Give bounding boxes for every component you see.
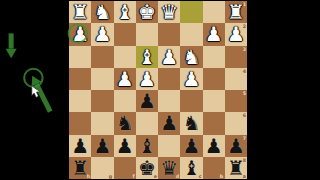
board-square[interactable] (69, 46, 91, 68)
black-pawn: ♟ (158, 112, 180, 134)
board-square[interactable]: ♟ (180, 135, 202, 157)
board-square[interactable]: 6 (225, 112, 247, 134)
board-square[interactable] (158, 135, 180, 157)
board-square[interactable]: f (114, 157, 136, 179)
white-pawn: ♟ (225, 23, 247, 45)
rank-coordinate-label: 2 (243, 24, 246, 29)
white-pawn: ♟ (180, 68, 202, 90)
board-square[interactable]: ♞ (91, 1, 113, 23)
board-square[interactable]: ♜ (69, 1, 91, 23)
board-square[interactable]: 5 (225, 90, 247, 112)
white-king: ♚ (136, 1, 158, 23)
board-square[interactable]: ♟7 (225, 135, 247, 157)
white-rook: ♜ (69, 1, 91, 23)
board-square[interactable]: ♟ (136, 90, 158, 112)
letterbox-left (0, 0, 69, 180)
board-square[interactable]: ♟ (158, 112, 180, 134)
board-square[interactable] (136, 23, 158, 45)
board-square[interactable] (69, 112, 91, 134)
board-square[interactable]: g (91, 157, 113, 179)
white-rook: ♜ (225, 1, 247, 23)
white-pawn: ♟ (91, 23, 113, 45)
white-queen: ♛ (158, 1, 180, 23)
board-square[interactable]: ♞ (114, 112, 136, 134)
file-coordinate-label: d (176, 174, 179, 179)
black-bishop: ♝ (136, 135, 158, 157)
board-square[interactable]: ♟ (158, 46, 180, 68)
board-square[interactable]: ♜h (69, 157, 91, 179)
rank-coordinate-label: 6 (243, 113, 246, 118)
board-square[interactable]: ♚e (136, 157, 158, 179)
rank-coordinate-label: 5 (243, 91, 246, 96)
board-square[interactable] (203, 46, 225, 68)
white-pawn: ♟ (158, 46, 180, 68)
black-pawn: ♟ (203, 135, 225, 157)
board-square[interactable]: ♟ (203, 135, 225, 157)
board-square[interactable] (180, 90, 202, 112)
board-square[interactable]: ♟ (69, 135, 91, 157)
board-square[interactable] (69, 68, 91, 90)
board-square[interactable]: ♞ (180, 112, 202, 134)
file-coordinate-label: c (199, 174, 202, 179)
white-bishop: ♝ (114, 1, 136, 23)
white-bishop: ♝ (136, 46, 158, 68)
file-coordinate-label: b (220, 174, 223, 179)
black-pawn: ♟ (69, 135, 91, 157)
file-coordinate-label: f (133, 174, 135, 179)
board-square[interactable] (180, 23, 202, 45)
white-knight: ♞ (180, 46, 202, 68)
board-square[interactable]: ♟2 (225, 23, 247, 45)
board-square[interactable] (158, 68, 180, 90)
black-bishop: ♝ (180, 157, 202, 179)
board-square[interactable]: ♟ (91, 23, 113, 45)
board-square[interactable] (136, 112, 158, 134)
board-square[interactable]: ♟ (69, 23, 91, 45)
white-pawn: ♟ (69, 23, 91, 45)
rank-coordinate-label: 8 (243, 158, 246, 163)
rank-coordinate-label: 1 (243, 2, 246, 7)
board-square[interactable]: ♟ (114, 68, 136, 90)
white-knight: ♞ (91, 1, 113, 23)
black-pawn: ♟ (225, 135, 247, 157)
white-pawn: ♟ (136, 68, 158, 90)
rank-coordinate-label: 7 (243, 136, 246, 141)
black-knight: ♞ (180, 112, 202, 134)
board-square[interactable] (91, 68, 113, 90)
board-square[interactable] (180, 1, 202, 23)
board-square[interactable] (91, 90, 113, 112)
board-square[interactable]: ♟ (136, 68, 158, 90)
video-frame: ♜♞♝♚♛♜1♟♟♟♟2♝♟♞3♟♟♟4♟5♞♟♞6♟♟♟♝♟♟♟7♜hgf♚e… (0, 0, 320, 180)
black-rook: ♜ (69, 157, 91, 179)
board-square[interactable]: ♛ (158, 1, 180, 23)
black-pawn: ♟ (136, 90, 158, 112)
board-square[interactable]: ♟ (180, 68, 202, 90)
file-coordinate-label: g (109, 174, 112, 179)
board-square[interactable]: ♝ (136, 46, 158, 68)
board-square[interactable] (158, 90, 180, 112)
board-square[interactable] (203, 112, 225, 134)
board-square[interactable]: ♚ (136, 1, 158, 23)
rank-coordinate-label: 4 (243, 69, 246, 74)
board-square[interactable]: ♟ (114, 135, 136, 157)
board-square[interactable] (91, 112, 113, 134)
black-rook: ♜ (225, 157, 247, 179)
black-pawn: ♟ (91, 135, 113, 157)
board-square[interactable]: ♟ (91, 135, 113, 157)
black-king: ♚ (136, 157, 158, 179)
board-square[interactable] (69, 90, 91, 112)
black-knight: ♞ (114, 112, 136, 134)
board-square[interactable]: ♝c (180, 157, 202, 179)
board-square[interactable]: ♛d (158, 157, 180, 179)
board-square[interactable]: ♝ (114, 1, 136, 23)
board-square[interactable] (91, 46, 113, 68)
letterbox-right (247, 0, 320, 180)
board-square[interactable] (114, 46, 136, 68)
board-square[interactable] (203, 90, 225, 112)
board-square[interactable]: 3 (225, 46, 247, 68)
board-square[interactable] (114, 23, 136, 45)
board-square[interactable]: ♞ (180, 46, 202, 68)
board-square[interactable]: ♜1 (225, 1, 247, 23)
chess-board[interactable]: ♜♞♝♚♛♜1♟♟♟♟2♝♟♞3♟♟♟4♟5♞♟♞6♟♟♟♝♟♟♟7♜hgf♚e… (69, 1, 247, 179)
black-pawn: ♟ (114, 135, 136, 157)
file-coordinate-label: e (154, 174, 157, 179)
board-square[interactable] (203, 1, 225, 23)
board-square[interactable] (203, 68, 225, 90)
black-queen: ♛ (158, 157, 180, 179)
file-coordinate-label: a (243, 174, 246, 179)
board-square[interactable]: b (203, 157, 225, 179)
board-square[interactable]: ♜a8 (225, 157, 247, 179)
rank-coordinate-label: 3 (243, 47, 246, 52)
board-square[interactable]: ♝ (136, 135, 158, 157)
white-pawn: ♟ (203, 23, 225, 45)
board-square[interactable]: ♟ (203, 23, 225, 45)
board-square[interactable] (158, 23, 180, 45)
board-square[interactable]: 4 (225, 68, 247, 90)
black-pawn: ♟ (180, 135, 202, 157)
board-square[interactable] (114, 90, 136, 112)
white-pawn: ♟ (114, 68, 136, 90)
file-coordinate-label: h (87, 174, 90, 179)
